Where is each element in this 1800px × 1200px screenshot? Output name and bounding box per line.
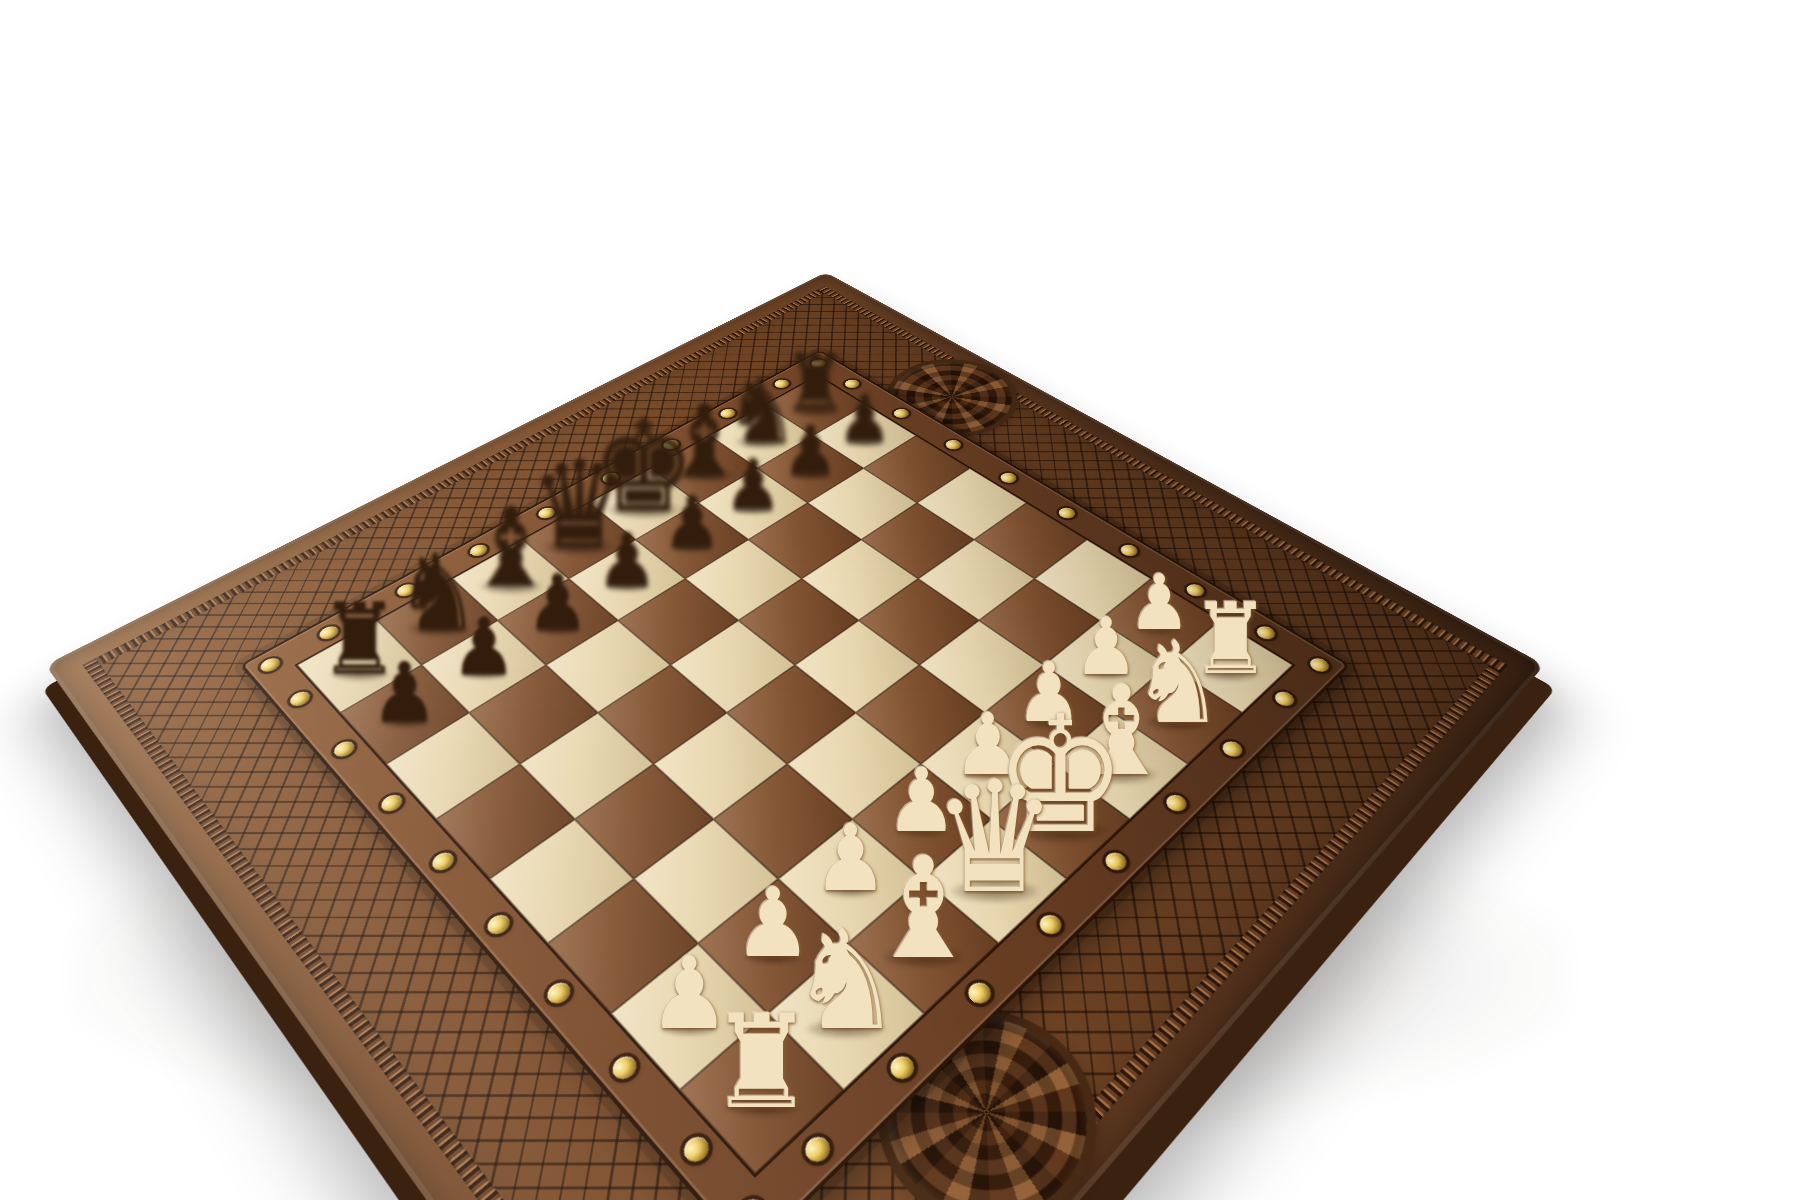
carved-walnut-chessboard bbox=[45, 272, 1544, 1200]
chessboard-scene bbox=[0, 0, 1800, 1200]
